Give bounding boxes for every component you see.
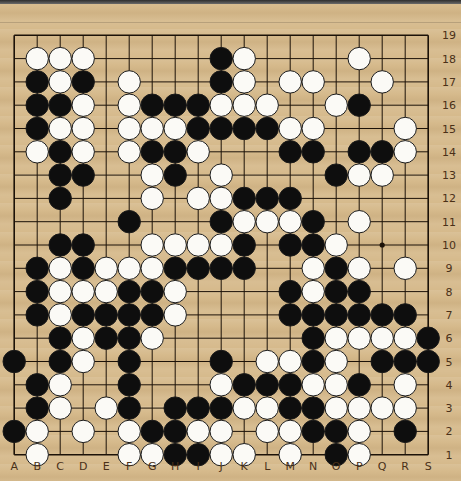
stone-black[interactable] (302, 420, 324, 442)
row-label: 3 (446, 402, 453, 415)
row-label: 18 (442, 53, 456, 66)
stone-white[interactable] (233, 211, 255, 233)
stone-white[interactable] (325, 327, 347, 349)
stone-white[interactable] (187, 234, 209, 256)
stone-white[interactable] (210, 374, 232, 396)
stone-black[interactable] (325, 304, 347, 326)
stone-white[interactable] (210, 94, 232, 116)
row-label: 11 (442, 216, 456, 229)
stone-white[interactable] (210, 234, 232, 256)
stone-black[interactable] (256, 187, 278, 209)
stone-white[interactable] (118, 420, 140, 442)
stone-black[interactable] (394, 304, 416, 326)
stone-black[interactable] (348, 304, 370, 326)
stone-black[interactable] (279, 141, 301, 163)
stone-black[interactable] (325, 420, 347, 442)
stone-black[interactable] (118, 280, 140, 302)
stone-black[interactable] (49, 187, 71, 209)
stone-white[interactable] (394, 397, 416, 419)
stone-black[interactable] (233, 187, 255, 209)
row-label: 8 (446, 286, 453, 299)
stone-black[interactable] (210, 71, 232, 93)
stone-white[interactable] (187, 187, 209, 209)
stone-white[interactable] (118, 71, 140, 93)
stone-white[interactable] (371, 397, 393, 419)
stone-white[interactable] (325, 350, 347, 372)
stone-white[interactable] (256, 94, 278, 116)
stone-black[interactable] (164, 420, 186, 442)
column-label: F (126, 460, 132, 473)
stone-white[interactable] (72, 420, 94, 442)
stone-black[interactable] (118, 374, 140, 396)
stone-white[interactable] (371, 327, 393, 349)
stone-white[interactable] (26, 141, 48, 163)
stone-white[interactable] (187, 420, 209, 442)
stone-black[interactable] (302, 350, 324, 372)
stone-white[interactable] (302, 117, 324, 139)
stone-white[interactable] (325, 397, 347, 419)
stone-black[interactable] (233, 374, 255, 396)
stone-white[interactable] (72, 280, 94, 302)
stone-black[interactable] (187, 397, 209, 419)
stone-white[interactable] (141, 164, 163, 186)
stone-black[interactable] (210, 117, 232, 139)
stone-black[interactable] (26, 117, 48, 139)
column-label: J (219, 460, 223, 473)
stone-black[interactable] (26, 257, 48, 279)
stone-white[interactable] (279, 350, 301, 372)
stone-white[interactable] (233, 47, 255, 69)
stone-white[interactable] (49, 47, 71, 69)
stone-black[interactable] (233, 117, 255, 139)
stone-white[interactable] (279, 211, 301, 233)
stone-white[interactable] (49, 304, 71, 326)
stone-white[interactable] (118, 94, 140, 116)
stone-white[interactable] (164, 117, 186, 139)
stone-black[interactable] (118, 397, 140, 419)
stone-white[interactable] (348, 211, 370, 233)
row-label: 17 (442, 76, 456, 89)
stone-white[interactable] (256, 420, 278, 442)
column-label: Q (378, 460, 387, 473)
stone-black[interactable] (371, 141, 393, 163)
stone-black[interactable] (279, 280, 301, 302)
stone-black[interactable] (325, 257, 347, 279)
stone-black[interactable] (187, 117, 209, 139)
stone-white[interactable] (256, 397, 278, 419)
stone-white[interactable] (233, 397, 255, 419)
stone-white[interactable] (164, 280, 186, 302)
stone-white[interactable] (256, 350, 278, 372)
stone-black[interactable] (141, 141, 163, 163)
stone-black[interactable] (72, 234, 94, 256)
stone-white[interactable] (49, 374, 71, 396)
stone-black[interactable] (164, 397, 186, 419)
stone-white[interactable] (348, 397, 370, 419)
stone-black[interactable] (279, 397, 301, 419)
stone-white[interactable] (233, 71, 255, 93)
stone-white[interactable] (302, 257, 324, 279)
stone-black[interactable] (72, 257, 94, 279)
stone-black[interactable] (233, 234, 255, 256)
stone-black[interactable] (417, 327, 439, 349)
stone-white[interactable] (394, 141, 416, 163)
stone-white[interactable] (325, 94, 347, 116)
stone-white[interactable] (302, 71, 324, 93)
stone-white[interactable] (302, 280, 324, 302)
stone-black[interactable] (187, 257, 209, 279)
stone-black[interactable] (118, 211, 140, 233)
stone-black[interactable] (49, 234, 71, 256)
stone-black[interactable] (394, 350, 416, 372)
stone-black[interactable] (233, 257, 255, 279)
stone-white[interactable] (394, 374, 416, 396)
stone-white[interactable] (26, 47, 48, 69)
stone-black[interactable] (26, 304, 48, 326)
stone-white[interactable] (141, 117, 163, 139)
stone-black[interactable] (371, 350, 393, 372)
column-label: H (171, 460, 179, 473)
column-label: N (309, 460, 317, 473)
stone-white[interactable] (118, 141, 140, 163)
stone-black[interactable] (210, 211, 232, 233)
stone-white[interactable] (49, 71, 71, 93)
stone-white[interactable] (141, 257, 163, 279)
stone-black[interactable] (210, 47, 232, 69)
stone-black[interactable] (302, 211, 324, 233)
stone-white[interactable] (325, 234, 347, 256)
column-label: D (79, 460, 87, 473)
stone-white[interactable] (118, 117, 140, 139)
stone-white[interactable] (49, 397, 71, 419)
column-label: S (425, 460, 432, 473)
stone-black[interactable] (417, 350, 439, 372)
stone-white[interactable] (72, 141, 94, 163)
stone-black[interactable] (348, 280, 370, 302)
stone-white[interactable] (302, 374, 324, 396)
column-label: O (332, 460, 341, 473)
stone-white[interactable] (394, 117, 416, 139)
stone-black[interactable] (72, 164, 94, 186)
stone-white[interactable] (72, 94, 94, 116)
stone-black[interactable] (26, 71, 48, 93)
row-label: 10 (442, 239, 456, 252)
stone-black[interactable] (49, 141, 71, 163)
stone-white[interactable] (141, 187, 163, 209)
stone-black[interactable] (49, 350, 71, 372)
stone-white[interactable] (348, 257, 370, 279)
stone-black[interactable] (141, 304, 163, 326)
stone-black[interactable] (164, 94, 186, 116)
row-label: 13 (442, 169, 456, 182)
stone-white[interactable] (233, 94, 255, 116)
stone-white[interactable] (95, 257, 117, 279)
stone-black[interactable] (95, 304, 117, 326)
stone-white[interactable] (118, 257, 140, 279)
column-label: L (264, 460, 271, 473)
stone-white[interactable] (279, 117, 301, 139)
stone-black[interactable] (49, 327, 71, 349)
stone-white[interactable] (72, 327, 94, 349)
stone-black[interactable] (164, 141, 186, 163)
stone-black[interactable] (118, 304, 140, 326)
stone-black[interactable] (325, 164, 347, 186)
stone-white[interactable] (210, 187, 232, 209)
stone-white[interactable] (325, 374, 347, 396)
stone-black[interactable] (279, 374, 301, 396)
stone-black[interactable] (302, 397, 324, 419)
stone-black[interactable] (26, 374, 48, 396)
row-label: 2 (446, 425, 453, 438)
stone-black[interactable] (210, 350, 232, 372)
column-label: E (103, 460, 110, 473)
column-label: R (401, 460, 409, 473)
stone-black[interactable] (3, 350, 25, 372)
stone-white[interactable] (348, 164, 370, 186)
stone-black[interactable] (394, 420, 416, 442)
stone-black[interactable] (164, 257, 186, 279)
row-label: 16 (442, 99, 456, 112)
stone-black[interactable] (256, 117, 278, 139)
column-label: P (356, 460, 363, 473)
row-label: 6 (446, 332, 453, 345)
stone-black[interactable] (302, 304, 324, 326)
row-label: 4 (446, 379, 453, 392)
stone-black[interactable] (302, 141, 324, 163)
stone-white[interactable] (95, 397, 117, 419)
row-label: 9 (446, 262, 453, 275)
stone-white[interactable] (95, 280, 117, 302)
column-label: B (33, 460, 41, 473)
stone-black[interactable] (72, 71, 94, 93)
stone-white[interactable] (141, 327, 163, 349)
stone-black[interactable] (348, 94, 370, 116)
stone-white[interactable] (348, 420, 370, 442)
stone-black[interactable] (210, 397, 232, 419)
stone-black[interactable] (302, 327, 324, 349)
stone-white[interactable] (187, 141, 209, 163)
stone-black[interactable] (49, 164, 71, 186)
stone-black[interactable] (141, 94, 163, 116)
stone-black[interactable] (279, 234, 301, 256)
stone-black[interactable] (348, 374, 370, 396)
stone-white[interactable] (371, 71, 393, 93)
stone-black[interactable] (210, 257, 232, 279)
stone-black[interactable] (279, 304, 301, 326)
row-label: 15 (442, 123, 456, 136)
stone-white[interactable] (164, 234, 186, 256)
stone-black[interactable] (371, 304, 393, 326)
stone-black[interactable] (348, 141, 370, 163)
stone-black[interactable] (95, 327, 117, 349)
column-label: I (197, 460, 200, 473)
stone-white[interactable] (49, 280, 71, 302)
point-marker (380, 242, 385, 247)
stone-white[interactable] (394, 257, 416, 279)
stone-black[interactable] (118, 350, 140, 372)
stone-black[interactable] (26, 397, 48, 419)
stone-black[interactable] (26, 280, 48, 302)
stone-black[interactable] (325, 280, 347, 302)
stone-white[interactable] (371, 164, 393, 186)
stone-white[interactable] (164, 304, 186, 326)
stone-black[interactable] (141, 420, 163, 442)
stone-black[interactable] (26, 94, 48, 116)
stone-black[interactable] (49, 94, 71, 116)
column-label: G (148, 460, 157, 473)
column-label: M (285, 460, 295, 473)
stone-black[interactable] (164, 164, 186, 186)
stone-black[interactable] (256, 374, 278, 396)
stone-white[interactable] (210, 420, 232, 442)
stone-white[interactable] (210, 164, 232, 186)
stone-black[interactable] (279, 187, 301, 209)
go-board[interactable]: ABCDEFGHIJKLMNOPQRS191817161514131211109… (0, 0, 461, 481)
row-label: 1 (446, 449, 453, 462)
stone-white[interactable] (394, 327, 416, 349)
stone-white[interactable] (49, 257, 71, 279)
stone-white[interactable] (348, 327, 370, 349)
row-label: 19 (442, 29, 456, 42)
stone-white[interactable] (141, 234, 163, 256)
stone-white[interactable] (256, 211, 278, 233)
stone-white[interactable] (49, 117, 71, 139)
stone-white[interactable] (26, 420, 48, 442)
stone-black[interactable] (141, 280, 163, 302)
stone-white[interactable] (72, 117, 94, 139)
stone-white[interactable] (72, 47, 94, 69)
stone-white[interactable] (348, 47, 370, 69)
column-label: K (241, 460, 249, 473)
stone-black[interactable] (118, 327, 140, 349)
stone-black[interactable] (187, 94, 209, 116)
column-label: C (56, 460, 64, 473)
stone-black[interactable] (3, 420, 25, 442)
stone-white[interactable] (279, 420, 301, 442)
stone-black[interactable] (72, 304, 94, 326)
stone-black[interactable] (302, 234, 324, 256)
row-label: 5 (446, 356, 453, 369)
column-label: A (10, 460, 18, 473)
stone-white[interactable] (72, 350, 94, 372)
row-label: 14 (442, 146, 456, 159)
row-label: 12 (442, 192, 456, 205)
stone-white[interactable] (279, 71, 301, 93)
row-label: 7 (446, 309, 453, 322)
